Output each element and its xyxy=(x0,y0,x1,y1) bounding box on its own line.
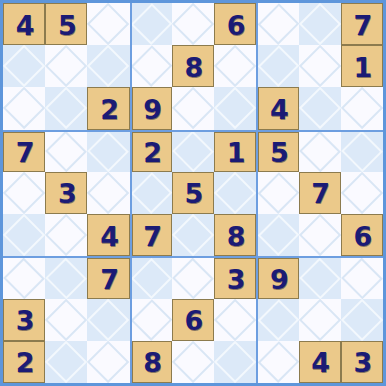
cell-r9c1: 2 xyxy=(3,341,45,383)
cell-r7c6: 3 xyxy=(214,256,256,298)
cell-r2c6[interactable] xyxy=(214,45,256,87)
cell-r6c2[interactable] xyxy=(45,214,87,256)
cell-r5c2: 3 xyxy=(45,172,87,214)
cell-r6c6: 8 xyxy=(214,214,256,256)
cell-r2c8[interactable] xyxy=(299,45,341,87)
cell-r5c5: 5 xyxy=(172,172,214,214)
given-digit: 3 xyxy=(353,349,372,376)
cell-r3c6[interactable] xyxy=(214,87,256,129)
cell-r8c6[interactable] xyxy=(214,299,256,341)
cell-r7c4[interactable] xyxy=(130,256,172,298)
given-digit: 4 xyxy=(16,12,35,39)
cell-r9c3[interactable] xyxy=(87,341,129,383)
cell-r2c1[interactable] xyxy=(3,45,45,87)
cell-r3c9[interactable] xyxy=(341,87,383,129)
given-digit: 8 xyxy=(143,349,162,376)
cell-r4c3[interactable] xyxy=(87,130,129,172)
given-digit: 1 xyxy=(353,54,372,81)
cell-r3c1[interactable] xyxy=(3,87,45,129)
cell-r3c4: 9 xyxy=(130,87,172,129)
given-digit: 3 xyxy=(227,266,246,293)
given-digit: 6 xyxy=(353,223,372,250)
cell-r8c4[interactable] xyxy=(130,299,172,341)
cell-r9c5[interactable] xyxy=(172,341,214,383)
cell-r6c9: 6 xyxy=(341,214,383,256)
cell-r8c9[interactable] xyxy=(341,299,383,341)
given-digit: 2 xyxy=(16,349,35,376)
given-digit: 5 xyxy=(58,12,77,39)
cell-r9c8: 4 xyxy=(299,341,341,383)
cell-r4c6: 1 xyxy=(214,130,256,172)
cell-r2c9: 1 xyxy=(341,45,383,87)
cell-r3c7: 4 xyxy=(256,87,298,129)
given-digit: 2 xyxy=(143,139,162,166)
cell-r8c5: 6 xyxy=(172,299,214,341)
cell-r7c2[interactable] xyxy=(45,256,87,298)
cell-r4c4: 2 xyxy=(130,130,172,172)
given-digit: 7 xyxy=(100,266,119,293)
cell-r1c2: 5 xyxy=(45,3,87,45)
cell-r2c7[interactable] xyxy=(256,45,298,87)
cell-r7c1[interactable] xyxy=(3,256,45,298)
cell-r7c9[interactable] xyxy=(341,256,383,298)
cell-r6c7[interactable] xyxy=(256,214,298,256)
given-digit: 5 xyxy=(185,180,204,207)
cell-r9c6[interactable] xyxy=(214,341,256,383)
cell-r6c8[interactable] xyxy=(299,214,341,256)
cell-r5c4[interactable] xyxy=(130,172,172,214)
cell-r4c1: 7 xyxy=(3,130,45,172)
given-digit: 6 xyxy=(185,307,204,334)
cell-r1c3[interactable] xyxy=(87,3,129,45)
cell-r2c2[interactable] xyxy=(45,45,87,87)
cell-r5c3[interactable] xyxy=(87,172,129,214)
cell-r9c9: 3 xyxy=(341,341,383,383)
cell-r1c1: 4 xyxy=(3,3,45,45)
cell-r5c9[interactable] xyxy=(341,172,383,214)
given-digit: 4 xyxy=(100,223,119,250)
given-digit: 7 xyxy=(353,12,372,39)
cell-r4c8[interactable] xyxy=(299,130,341,172)
cell-r4c5[interactable] xyxy=(172,130,214,172)
cell-r4c9[interactable] xyxy=(341,130,383,172)
cell-r5c1[interactable] xyxy=(3,172,45,214)
cell-r8c2[interactable] xyxy=(45,299,87,341)
cell-r9c2[interactable] xyxy=(45,341,87,383)
given-digit: 7 xyxy=(311,180,330,207)
cell-r9c4: 8 xyxy=(130,341,172,383)
cell-r1c6: 6 xyxy=(214,3,256,45)
cell-r2c4[interactable] xyxy=(130,45,172,87)
cell-r3c8[interactable] xyxy=(299,87,341,129)
given-digit: 9 xyxy=(270,266,289,293)
given-digit: 3 xyxy=(16,307,35,334)
cell-r2c5: 8 xyxy=(172,45,214,87)
given-digit: 7 xyxy=(143,223,162,250)
given-digit: 2 xyxy=(100,96,119,123)
cell-r1c8[interactable] xyxy=(299,3,341,45)
cell-r3c2[interactable] xyxy=(45,87,87,129)
given-digit: 7 xyxy=(16,139,35,166)
cell-r1c7[interactable] xyxy=(256,3,298,45)
given-digit: 4 xyxy=(311,349,330,376)
cell-r8c8[interactable] xyxy=(299,299,341,341)
given-digit: 1 xyxy=(227,139,246,166)
cell-r5c7[interactable] xyxy=(256,172,298,214)
cell-r7c3: 7 xyxy=(87,256,129,298)
cell-r5c8: 7 xyxy=(299,172,341,214)
cell-r6c1[interactable] xyxy=(3,214,45,256)
cell-r6c5[interactable] xyxy=(172,214,214,256)
cell-r8c1: 3 xyxy=(3,299,45,341)
given-digit: 6 xyxy=(227,12,246,39)
cell-r3c3: 2 xyxy=(87,87,129,129)
cell-r6c4: 7 xyxy=(130,214,172,256)
given-digit: 8 xyxy=(227,223,246,250)
cell-r1c4[interactable] xyxy=(130,3,172,45)
cell-r1c9: 7 xyxy=(341,3,383,45)
cell-r5c6[interactable] xyxy=(214,172,256,214)
given-digit: 3 xyxy=(58,180,77,207)
cell-r8c3[interactable] xyxy=(87,299,129,341)
cell-r2c3[interactable] xyxy=(87,45,129,87)
sudoku-board: 45678129472153574786739362843 xyxy=(0,0,386,386)
cell-r4c2[interactable] xyxy=(45,130,87,172)
cell-r6c3: 4 xyxy=(87,214,129,256)
cell-r4c7: 5 xyxy=(256,130,298,172)
cell-r8c7[interactable] xyxy=(256,299,298,341)
cell-r7c7: 9 xyxy=(256,256,298,298)
given-digit: 9 xyxy=(143,96,162,123)
given-digit: 8 xyxy=(185,54,204,81)
given-digit: 4 xyxy=(270,96,289,123)
cell-r1c5[interactable] xyxy=(172,3,214,45)
given-digit: 5 xyxy=(270,139,289,166)
cell-r7c8[interactable] xyxy=(299,256,341,298)
cell-r9c7[interactable] xyxy=(256,341,298,383)
cell-r7c5[interactable] xyxy=(172,256,214,298)
cell-r3c5[interactable] xyxy=(172,87,214,129)
